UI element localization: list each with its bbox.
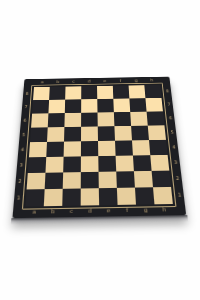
- square-d7: [81, 99, 97, 113]
- square-c2: [63, 172, 81, 189]
- rank-label: 7: [165, 98, 172, 112]
- square-a7: [32, 100, 49, 114]
- square-h3: [150, 155, 169, 171]
- rank-label: 8: [164, 85, 171, 98]
- square-f1: [117, 188, 136, 205]
- rank-label: 7: [22, 100, 29, 114]
- square-d1: [81, 188, 99, 205]
- square-c3: [63, 156, 81, 172]
- rank-label: 2: [16, 173, 24, 190]
- file-label: a: [34, 80, 50, 85]
- square-e8: [97, 86, 113, 99]
- square-g6: [130, 112, 148, 126]
- square-g5: [131, 126, 149, 141]
- square-b4: [46, 142, 64, 157]
- file-label: f: [113, 79, 129, 84]
- file-label: f: [118, 208, 137, 215]
- square-c4: [64, 141, 81, 156]
- square-e5: [98, 126, 115, 141]
- rank-label: 6: [167, 111, 174, 125]
- square-h2: [152, 171, 171, 188]
- file-label: c: [62, 209, 81, 216]
- square-g1: [135, 187, 155, 204]
- square-h7: [145, 98, 162, 112]
- square-f6: [114, 112, 131, 126]
- file-label: h: [155, 207, 174, 214]
- rank-label: 4: [170, 140, 178, 155]
- square-e3: [98, 156, 116, 172]
- square-b1: [44, 189, 63, 206]
- square-f7: [113, 98, 130, 112]
- square-h8: [144, 85, 161, 98]
- square-a4: [29, 142, 47, 157]
- file-label: h: [144, 78, 160, 83]
- square-b7: [48, 100, 65, 114]
- square-a8: [33, 87, 50, 100]
- square-e4: [98, 141, 116, 156]
- file-label: c: [66, 80, 82, 85]
- rank-label: 3: [17, 157, 24, 173]
- file-label: a: [25, 209, 44, 216]
- square-h1: [153, 187, 173, 204]
- rank-label: 4: [19, 142, 26, 157]
- square-d5: [81, 126, 98, 141]
- rank-label: 8: [24, 87, 31, 100]
- square-d3: [81, 156, 99, 172]
- rank-label: 5: [168, 125, 176, 140]
- square-b8: [49, 87, 65, 100]
- square-g4: [132, 140, 150, 155]
- square-f8: [113, 86, 130, 99]
- square-c8: [65, 86, 81, 99]
- file-labels-top: abcdefgh: [34, 78, 160, 85]
- square-g3: [133, 155, 152, 171]
- square-b3: [45, 157, 63, 173]
- rank-label: 3: [172, 155, 180, 171]
- square-d4: [81, 141, 98, 156]
- square-c7: [65, 99, 81, 113]
- square-h5: [148, 125, 166, 140]
- square-a6: [31, 113, 48, 127]
- square-d8: [81, 86, 97, 99]
- file-labels-bottom: abcdefgh: [25, 207, 174, 216]
- square-c5: [64, 127, 81, 142]
- rank-label: 5: [20, 128, 27, 143]
- square-d2: [81, 172, 99, 189]
- square-f2: [116, 171, 135, 188]
- square-e2: [99, 172, 117, 189]
- rank-label: 1: [15, 190, 23, 207]
- square-f4: [115, 140, 133, 155]
- square-g2: [134, 171, 153, 188]
- square-a3: [28, 157, 46, 173]
- square-a2: [27, 173, 46, 190]
- square-g8: [129, 85, 146, 98]
- square-a5: [30, 127, 48, 142]
- product-photo-background: abcdefgh abcdefgh 87654321 87654321: [0, 0, 200, 300]
- rank-label: 6: [21, 114, 28, 128]
- file-label: d: [81, 79, 97, 84]
- rank-label: 1: [175, 187, 183, 204]
- square-f3: [116, 155, 134, 171]
- square-h6: [147, 111, 165, 125]
- square-e7: [97, 99, 114, 113]
- square-b5: [47, 127, 64, 142]
- square-h4: [149, 140, 168, 155]
- square-c1: [62, 189, 81, 206]
- square-g7: [129, 98, 146, 112]
- file-label: g: [136, 207, 155, 214]
- square-e6: [98, 112, 115, 126]
- square-c6: [64, 113, 81, 127]
- square-f5: [114, 126, 132, 141]
- chess-board-wrapper: abcdefgh abcdefgh 87654321 87654321: [18, 61, 179, 222]
- board-grid: [25, 85, 173, 207]
- file-label: d: [81, 208, 100, 215]
- chess-board: abcdefgh abcdefgh 87654321 87654321: [12, 77, 186, 219]
- file-label: b: [43, 209, 62, 216]
- rank-label: 2: [173, 170, 181, 186]
- square-b6: [48, 113, 65, 127]
- file-label: e: [97, 79, 113, 84]
- square-e1: [99, 188, 118, 205]
- file-label: e: [99, 208, 118, 215]
- square-d6: [81, 112, 98, 126]
- square-a1: [25, 189, 44, 206]
- file-label: g: [128, 79, 144, 84]
- square-b2: [45, 172, 64, 189]
- file-label: b: [50, 80, 66, 85]
